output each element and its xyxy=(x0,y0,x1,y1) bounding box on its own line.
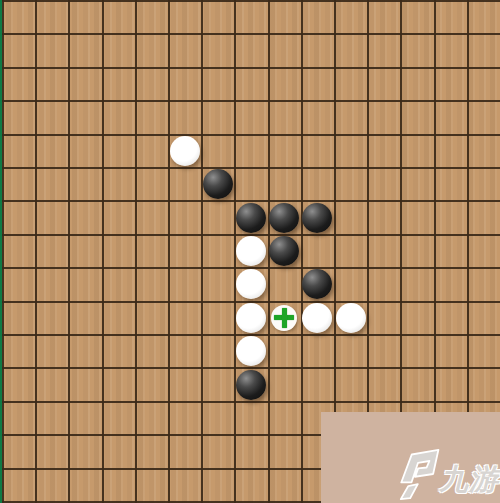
jiuyou-g-icon xyxy=(399,448,443,500)
black-stone xyxy=(269,203,299,233)
black-stone xyxy=(236,203,266,233)
white-stone xyxy=(236,303,266,333)
gomoku-app: 九游 xyxy=(0,0,500,503)
black-stone xyxy=(302,203,332,233)
jiuyou-logo-text: 九游 xyxy=(439,460,499,500)
marker-cross-vertical xyxy=(282,308,287,328)
white-stone xyxy=(236,336,266,366)
white-stone xyxy=(302,303,332,333)
jiuyou-logo: 九游 xyxy=(399,446,499,502)
white-stone xyxy=(236,236,266,266)
black-stone xyxy=(269,236,299,266)
board-left-green-edge xyxy=(0,0,2,503)
last-move-marker[interactable] xyxy=(271,305,297,331)
watermark-overlay: 九游 xyxy=(321,412,500,503)
black-stone xyxy=(236,370,266,400)
white-stone xyxy=(336,303,366,333)
white-stone xyxy=(170,136,200,166)
black-stone xyxy=(203,169,233,199)
